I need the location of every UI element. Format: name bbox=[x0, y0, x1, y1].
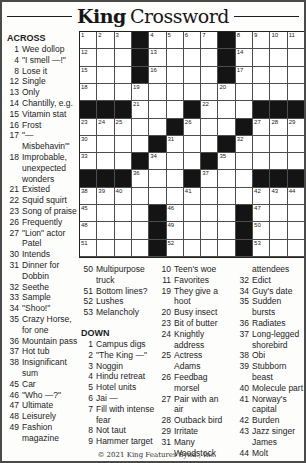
clue-number: 30 bbox=[6, 249, 19, 260]
clue-number: 3 bbox=[80, 361, 93, 372]
cell-number: 23 bbox=[81, 119, 88, 126]
grid-cell[interactable] bbox=[270, 240, 287, 257]
grid-cell[interactable] bbox=[218, 119, 235, 136]
grid-cell[interactable]: 23 bbox=[80, 119, 97, 136]
grid-cell[interactable]: 16 bbox=[149, 67, 166, 84]
clue-text: attendees bbox=[252, 264, 304, 275]
grid-cell[interactable]: 26 bbox=[184, 119, 201, 136]
grid-cell[interactable]: 34 bbox=[149, 153, 166, 170]
clue-across-21: 21Existed bbox=[6, 184, 79, 195]
clue-across-34: 34"Shoo!" bbox=[6, 303, 79, 314]
clue-down-26: 26Feedbag morsel bbox=[158, 372, 229, 394]
grid-cell[interactable] bbox=[218, 240, 235, 257]
clue-text: Irritate bbox=[174, 426, 229, 437]
grid-cell[interactable] bbox=[218, 188, 235, 205]
grid-cell[interactable] bbox=[97, 67, 114, 84]
grid-cell[interactable]: 24 bbox=[97, 119, 114, 136]
grid-cell[interactable] bbox=[115, 136, 132, 153]
cell-number: 21 bbox=[133, 101, 140, 108]
grid-cell[interactable]: 41 bbox=[184, 188, 201, 205]
grid-cell[interactable] bbox=[167, 101, 184, 118]
clue-number: 1 bbox=[6, 44, 19, 55]
clue-text: Sample bbox=[22, 292, 79, 303]
cell-number: 29 bbox=[289, 119, 296, 126]
grid-cell[interactable] bbox=[132, 222, 149, 239]
grid-cell[interactable]: 4 bbox=[149, 32, 166, 49]
grid-cell[interactable] bbox=[149, 188, 166, 205]
grid-cell[interactable] bbox=[270, 136, 287, 153]
cell-number: 48 bbox=[81, 222, 88, 229]
clue-across-16: 16Frost bbox=[6, 120, 79, 131]
grid-cell[interactable] bbox=[115, 84, 132, 101]
cell-number: 43 bbox=[271, 188, 278, 195]
grid-cell[interactable] bbox=[236, 84, 253, 101]
grid-cell[interactable] bbox=[184, 49, 201, 66]
grid-cell[interactable] bbox=[167, 49, 184, 66]
grid-cell[interactable] bbox=[218, 222, 235, 239]
grid-cell[interactable] bbox=[184, 153, 201, 170]
grid-cell[interactable]: 36 bbox=[132, 170, 149, 187]
clue-number: 23 bbox=[6, 206, 19, 217]
cell-number: 42 bbox=[254, 188, 261, 195]
grid-cell[interactable]: 33 bbox=[80, 153, 97, 170]
grid-cell[interactable] bbox=[288, 222, 305, 239]
clue-text: Fashion magazine bbox=[22, 422, 79, 444]
grid-cell[interactable]: 5 bbox=[167, 32, 184, 49]
across-header: ACROSS bbox=[6, 33, 79, 44]
cell-number: 16 bbox=[150, 67, 157, 74]
grid-cell[interactable]: 21 bbox=[132, 101, 149, 118]
black-cell bbox=[218, 136, 235, 153]
clue-text: Norway's capital bbox=[252, 394, 304, 416]
clue-text: Outback bird bbox=[174, 415, 229, 426]
clue-number: 11 bbox=[158, 275, 171, 286]
clue-across-35: 35Crazy Horse, for one bbox=[6, 314, 79, 336]
grid-cell[interactable] bbox=[201, 67, 218, 84]
grid-cell[interactable]: 40 bbox=[115, 188, 132, 205]
grid-cell[interactable] bbox=[184, 84, 201, 101]
grid-cell[interactable]: 50 bbox=[253, 222, 270, 239]
grid-cell[interactable]: 19 bbox=[132, 84, 149, 101]
grid-cell[interactable] bbox=[201, 222, 218, 239]
grid-cell[interactable]: 51 bbox=[80, 240, 97, 257]
clue-text: Ultimate bbox=[22, 400, 79, 411]
grid-cell[interactable]: 17 bbox=[236, 67, 253, 84]
grid-cell[interactable]: 46 bbox=[167, 205, 184, 222]
grid-cell[interactable]: 7 bbox=[201, 32, 218, 49]
clue-down-35: 35Sudden bursts bbox=[236, 296, 304, 318]
clue-text: Fill with intense fear bbox=[96, 404, 156, 426]
grid-cell[interactable] bbox=[149, 170, 166, 187]
grid-cell[interactable] bbox=[288, 153, 305, 170]
clue-text: Lushes bbox=[96, 296, 156, 307]
grid-cell[interactable] bbox=[184, 222, 201, 239]
grid-cell[interactable]: 13 bbox=[149, 49, 166, 66]
clue-across-14: 14Chantilly, e.g. bbox=[6, 98, 79, 109]
black-cell bbox=[97, 170, 114, 187]
cell-number: 26 bbox=[185, 119, 192, 126]
grid-cell[interactable]: 22 bbox=[201, 101, 218, 118]
black-cell bbox=[184, 170, 201, 187]
grid-cell[interactable]: 6 bbox=[184, 32, 201, 49]
grid-cell[interactable] bbox=[236, 170, 253, 187]
grid-cell[interactable]: 43 bbox=[270, 188, 287, 205]
grid-cell[interactable] bbox=[218, 170, 235, 187]
clue-number: 51 bbox=[80, 286, 93, 297]
black-cell bbox=[288, 101, 305, 118]
grid-cell[interactable] bbox=[115, 153, 132, 170]
grid-cell[interactable] bbox=[167, 67, 184, 84]
clue-down-4: 4Hindu retreat bbox=[80, 371, 156, 382]
clue-text: Sudden bursts bbox=[252, 296, 304, 318]
grid-cell[interactable] bbox=[167, 188, 184, 205]
grid-cell[interactable] bbox=[270, 153, 287, 170]
clue-down-20: 20Busy insect bbox=[158, 307, 229, 318]
grid-cell[interactable] bbox=[184, 240, 201, 257]
clue-text: Wee dollop bbox=[22, 44, 79, 55]
clue-text: Improbable, unexpected wonders bbox=[22, 152, 79, 184]
grid-cell[interactable] bbox=[115, 67, 132, 84]
grid-cell[interactable] bbox=[97, 136, 114, 153]
grid-cell[interactable]: 10 bbox=[270, 32, 287, 49]
cell-number: 8 bbox=[237, 32, 240, 39]
grid-cell[interactable] bbox=[97, 222, 114, 239]
grid-cell[interactable] bbox=[253, 49, 270, 66]
grid-cell[interactable]: 47 bbox=[253, 205, 270, 222]
black-cell bbox=[167, 119, 184, 136]
grid-cell[interactable]: 8 bbox=[236, 32, 253, 49]
clue-across-22: 22Squid squirt bbox=[6, 195, 79, 206]
grid-cell[interactable] bbox=[184, 67, 201, 84]
grid-cell[interactable]: 32 bbox=[236, 136, 253, 153]
grid-cell[interactable] bbox=[218, 101, 235, 118]
clue-text: Vitamin stat bbox=[22, 109, 79, 120]
cell-number: 25 bbox=[116, 119, 123, 126]
clue-number: 19 bbox=[158, 286, 171, 308]
clue-text: Radiates bbox=[252, 318, 304, 329]
grid-cell[interactable] bbox=[149, 84, 166, 101]
grid-cell[interactable]: 45 bbox=[80, 205, 97, 222]
grid-cell[interactable] bbox=[288, 136, 305, 153]
clue-number: 18 bbox=[6, 152, 19, 184]
clue-text: Melancholy bbox=[96, 307, 156, 318]
clue-text: Intends bbox=[22, 249, 79, 260]
clue-text: Frost bbox=[22, 120, 79, 131]
cell-number: 45 bbox=[81, 205, 88, 212]
clue-text: Jazz singer James bbox=[252, 426, 304, 448]
clue-down-25: 25Actress Adams bbox=[158, 350, 229, 372]
cell-number: 50 bbox=[254, 222, 261, 229]
cell-number: 14 bbox=[237, 49, 244, 56]
masthead: KingCrossword bbox=[2, 2, 304, 30]
clue-number: 35 bbox=[6, 314, 19, 336]
grid-cell[interactable] bbox=[270, 222, 287, 239]
clue-text: Not taut bbox=[96, 425, 156, 436]
grid-cell[interactable] bbox=[201, 188, 218, 205]
grid-cell[interactable]: 48 bbox=[80, 222, 97, 239]
cell-number: 12 bbox=[81, 49, 88, 56]
clue-number: 26 bbox=[158, 372, 171, 394]
grid-cell[interactable] bbox=[253, 153, 270, 170]
cell-number: 4 bbox=[150, 32, 153, 39]
cell-number: 49 bbox=[168, 222, 175, 229]
grid-cell[interactable] bbox=[115, 49, 132, 66]
grid-cell[interactable]: 15 bbox=[80, 67, 97, 84]
grid-cell[interactable] bbox=[270, 67, 287, 84]
clue-across-38: 38Insignificant sum bbox=[6, 357, 79, 379]
grid-cell[interactable]: 38 bbox=[80, 188, 97, 205]
grid-cell[interactable] bbox=[236, 188, 253, 205]
grid-cell[interactable] bbox=[253, 67, 270, 84]
grid-cell[interactable] bbox=[288, 49, 305, 66]
clue-number: 43 bbox=[236, 426, 249, 448]
grid-cell[interactable]: 30 bbox=[80, 136, 97, 153]
grid-cell[interactable] bbox=[115, 222, 132, 239]
clue-across-30: 30Intends bbox=[6, 249, 79, 260]
grid-cell[interactable] bbox=[167, 153, 184, 170]
cell-number: 20 bbox=[219, 84, 226, 91]
grid-cell[interactable] bbox=[115, 240, 132, 257]
black-cell bbox=[149, 240, 166, 257]
clue-down-36: 36Radiates bbox=[236, 318, 304, 329]
grid-cell[interactable]: 28 bbox=[270, 119, 287, 136]
grid-cell[interactable]: 9 bbox=[253, 32, 270, 49]
clue-down-24: 24Knightly address bbox=[158, 329, 229, 351]
grid-cell[interactable]: 42 bbox=[253, 188, 270, 205]
clue-across-12: 12Single bbox=[6, 76, 79, 87]
grid-cell[interactable]: 44 bbox=[288, 188, 305, 205]
cell-number: 5 bbox=[168, 32, 171, 39]
clue-down-1: 1Campus digs bbox=[80, 339, 156, 350]
black-cell bbox=[132, 32, 149, 49]
clue-across-49: 49Fashion magazine bbox=[6, 422, 79, 444]
grid-cell[interactable] bbox=[201, 240, 218, 257]
black-cell bbox=[132, 49, 149, 66]
grid-cell[interactable] bbox=[288, 240, 305, 257]
grid-cell[interactable] bbox=[270, 84, 287, 101]
grid-cell[interactable] bbox=[270, 205, 287, 222]
grid-cell[interactable]: 29 bbox=[288, 119, 305, 136]
grid-cell[interactable]: 14 bbox=[236, 49, 253, 66]
clue-text: Long-legged shorebird bbox=[252, 329, 304, 351]
clue-text: They give a hoot bbox=[174, 286, 229, 308]
title-king: King bbox=[77, 5, 126, 27]
clue-text: Favorites bbox=[174, 275, 229, 286]
grid-cell[interactable]: 12 bbox=[80, 49, 97, 66]
grid-cell[interactable]: 52 bbox=[167, 240, 184, 257]
clue-text: Bottom lines? bbox=[96, 286, 156, 297]
grid-cell[interactable]: 53 bbox=[253, 240, 270, 257]
across-end-and-down-start-column: 50Multipurpose truck51Bottom lines?52Lus… bbox=[80, 264, 156, 447]
clue-across-23: 23Song of praise bbox=[6, 206, 79, 217]
clue-down-19: 19They give a hoot bbox=[158, 286, 229, 308]
black-cell bbox=[218, 32, 235, 49]
black-cell bbox=[270, 101, 287, 118]
grid-cell[interactable] bbox=[97, 84, 114, 101]
grid-cell[interactable]: 3 bbox=[115, 32, 132, 49]
cell-number: 13 bbox=[150, 49, 157, 56]
cell-number: 2 bbox=[98, 32, 101, 39]
grid-cell[interactable] bbox=[132, 188, 149, 205]
grid-cell[interactable] bbox=[288, 84, 305, 101]
clue-text: Crazy Horse, for one bbox=[22, 314, 79, 336]
clue-text: Multipurpose truck bbox=[96, 264, 156, 286]
grid-cell[interactable]: 49 bbox=[167, 222, 184, 239]
clue-number: 37 bbox=[6, 346, 19, 357]
grid-cell[interactable] bbox=[97, 153, 114, 170]
clue-number: 41 bbox=[236, 394, 249, 416]
clue-text: Burden bbox=[252, 415, 304, 426]
clue-number: 52 bbox=[80, 296, 93, 307]
crossword-grid[interactable]: 1234567891011121314151617181920212223242… bbox=[79, 31, 306, 258]
black-cell bbox=[253, 101, 270, 118]
black-cell bbox=[218, 67, 235, 84]
cell-number: 38 bbox=[81, 188, 88, 195]
clue-text: Frequently bbox=[22, 217, 79, 228]
grid-cell[interactable] bbox=[201, 49, 218, 66]
clue-text: Insignificant sum bbox=[22, 357, 79, 379]
grid-cell[interactable] bbox=[184, 205, 201, 222]
grid-cell[interactable] bbox=[236, 101, 253, 118]
grid-cell[interactable]: 11 bbox=[288, 32, 305, 49]
clue-number: 50 bbox=[80, 264, 93, 286]
clue-number: 33 bbox=[6, 292, 19, 303]
grid-cell[interactable] bbox=[288, 205, 305, 222]
cell-number: 15 bbox=[81, 67, 88, 74]
grid-cell[interactable]: 27 bbox=[253, 119, 270, 136]
clue-number: 40 bbox=[236, 383, 249, 394]
cell-number: 37 bbox=[202, 170, 209, 177]
grid-cell[interactable]: 39 bbox=[97, 188, 114, 205]
grid-cell[interactable]: 37 bbox=[201, 170, 218, 187]
grid-cell[interactable] bbox=[201, 119, 218, 136]
grid-cell[interactable]: 1 bbox=[80, 32, 97, 49]
grid-cell[interactable] bbox=[253, 84, 270, 101]
clue-text: "— Misbehavin'" bbox=[22, 130, 79, 152]
clue-number: 38 bbox=[236, 350, 249, 361]
grid-cell[interactable] bbox=[236, 153, 253, 170]
grid-cell[interactable] bbox=[201, 136, 218, 153]
black-cell bbox=[253, 170, 270, 187]
clue-number: 2 bbox=[80, 350, 93, 361]
grid-cell[interactable] bbox=[201, 205, 218, 222]
cell-number: 34 bbox=[150, 153, 157, 160]
clue-across-8: 8Lose it bbox=[6, 66, 79, 77]
cell-number: 3 bbox=[116, 32, 119, 39]
clue-across-51: 51Bottom lines? bbox=[80, 286, 156, 297]
clue-number: 24 bbox=[158, 329, 171, 351]
cell-number: 32 bbox=[237, 136, 244, 143]
clue-number: 36 bbox=[6, 336, 19, 347]
clue-number: 7 bbox=[80, 404, 93, 426]
cell-number: 7 bbox=[202, 32, 205, 39]
clue-number: 15 bbox=[6, 109, 19, 120]
clue-across-26: 26Frequently bbox=[6, 217, 79, 228]
grid-cell[interactable] bbox=[132, 240, 149, 257]
clue-number: 27 bbox=[6, 228, 19, 250]
grid-cell[interactable]: 20 bbox=[218, 84, 235, 101]
spacer bbox=[80, 318, 156, 328]
cell-number: 10 bbox=[271, 32, 278, 39]
clue-number: 37 bbox=[236, 329, 249, 351]
grid-cell[interactable] bbox=[167, 84, 184, 101]
grid-cell[interactable]: 35 bbox=[218, 153, 235, 170]
grid-cell[interactable] bbox=[253, 136, 270, 153]
cell-number: 27 bbox=[254, 119, 261, 126]
grid-cell[interactable]: 31 bbox=[167, 136, 184, 153]
grid-cell[interactable] bbox=[132, 205, 149, 222]
clue-across-18: 18Improbable, unexpected wonders bbox=[6, 152, 79, 184]
masthead-rule-right bbox=[234, 16, 299, 17]
clue-number: 27 bbox=[158, 394, 171, 416]
masthead-rule-left bbox=[7, 16, 72, 17]
clue-number: 32 bbox=[6, 282, 19, 293]
grid-cell[interactable] bbox=[97, 240, 114, 257]
clue-text: Noggin bbox=[96, 361, 156, 372]
clue-text: Actress Adams bbox=[174, 350, 229, 372]
black-cell bbox=[288, 170, 305, 187]
grid-cell[interactable] bbox=[115, 205, 132, 222]
clue-number: 21 bbox=[6, 184, 19, 195]
grid-cell[interactable] bbox=[132, 119, 149, 136]
clue-number: 23 bbox=[158, 318, 171, 329]
clue-text: Song of praise bbox=[22, 206, 79, 217]
cell-number: 19 bbox=[133, 84, 140, 91]
cell-number: 39 bbox=[98, 188, 105, 195]
cell-number: 17 bbox=[237, 67, 244, 74]
grid-cell[interactable] bbox=[288, 67, 305, 84]
black-cell bbox=[149, 222, 166, 239]
grid-cell[interactable]: 25 bbox=[115, 119, 132, 136]
grid-cell[interactable] bbox=[149, 101, 166, 118]
clue-down-28: 28Outback bird bbox=[158, 415, 229, 426]
clue-text: Jai — bbox=[96, 393, 156, 404]
clue-number: 4 bbox=[6, 55, 19, 66]
cell-number: 40 bbox=[116, 188, 123, 195]
clue-text: Teen's woe bbox=[174, 264, 229, 275]
grid-cell[interactable] bbox=[149, 119, 166, 136]
clue-across-17: 17"— Misbehavin'" bbox=[6, 130, 79, 152]
clue-number: 12 bbox=[6, 76, 19, 87]
grid-cell[interactable] bbox=[201, 84, 218, 101]
cell-number: 31 bbox=[168, 136, 175, 143]
grid-cell[interactable]: 18 bbox=[80, 84, 97, 101]
grid-cell[interactable]: 2 bbox=[97, 32, 114, 49]
clue-across-46: 46"Who —?" bbox=[6, 390, 79, 401]
grid-cell[interactable] bbox=[167, 170, 184, 187]
grid-cell[interactable] bbox=[270, 49, 287, 66]
clue-number: 38 bbox=[6, 357, 19, 379]
clue-number: 48 bbox=[6, 411, 19, 422]
clue-down-6: 6Jai — bbox=[80, 393, 156, 404]
cell-number: 11 bbox=[289, 32, 295, 39]
grid-cell[interactable] bbox=[97, 49, 114, 66]
crossword-page: KingCrossword 12345678910111213141516171… bbox=[0, 0, 306, 463]
clue-across-32: 32Seethe bbox=[6, 282, 79, 293]
black-cell bbox=[184, 101, 201, 118]
grid-cell[interactable] bbox=[132, 136, 149, 153]
black-cell bbox=[132, 67, 149, 84]
grid-cell[interactable] bbox=[184, 136, 201, 153]
clue-across-53: 53Melancholy bbox=[80, 307, 156, 318]
clue-across-13: 13Only bbox=[6, 87, 79, 98]
grid-cell[interactable] bbox=[97, 205, 114, 222]
clue-down-39: 39Stubborn beast bbox=[236, 361, 304, 383]
grid-cell[interactable] bbox=[218, 205, 235, 222]
page-title: KingCrossword bbox=[77, 5, 229, 27]
black-cell bbox=[80, 170, 97, 187]
clue-number: 9 bbox=[80, 436, 93, 447]
